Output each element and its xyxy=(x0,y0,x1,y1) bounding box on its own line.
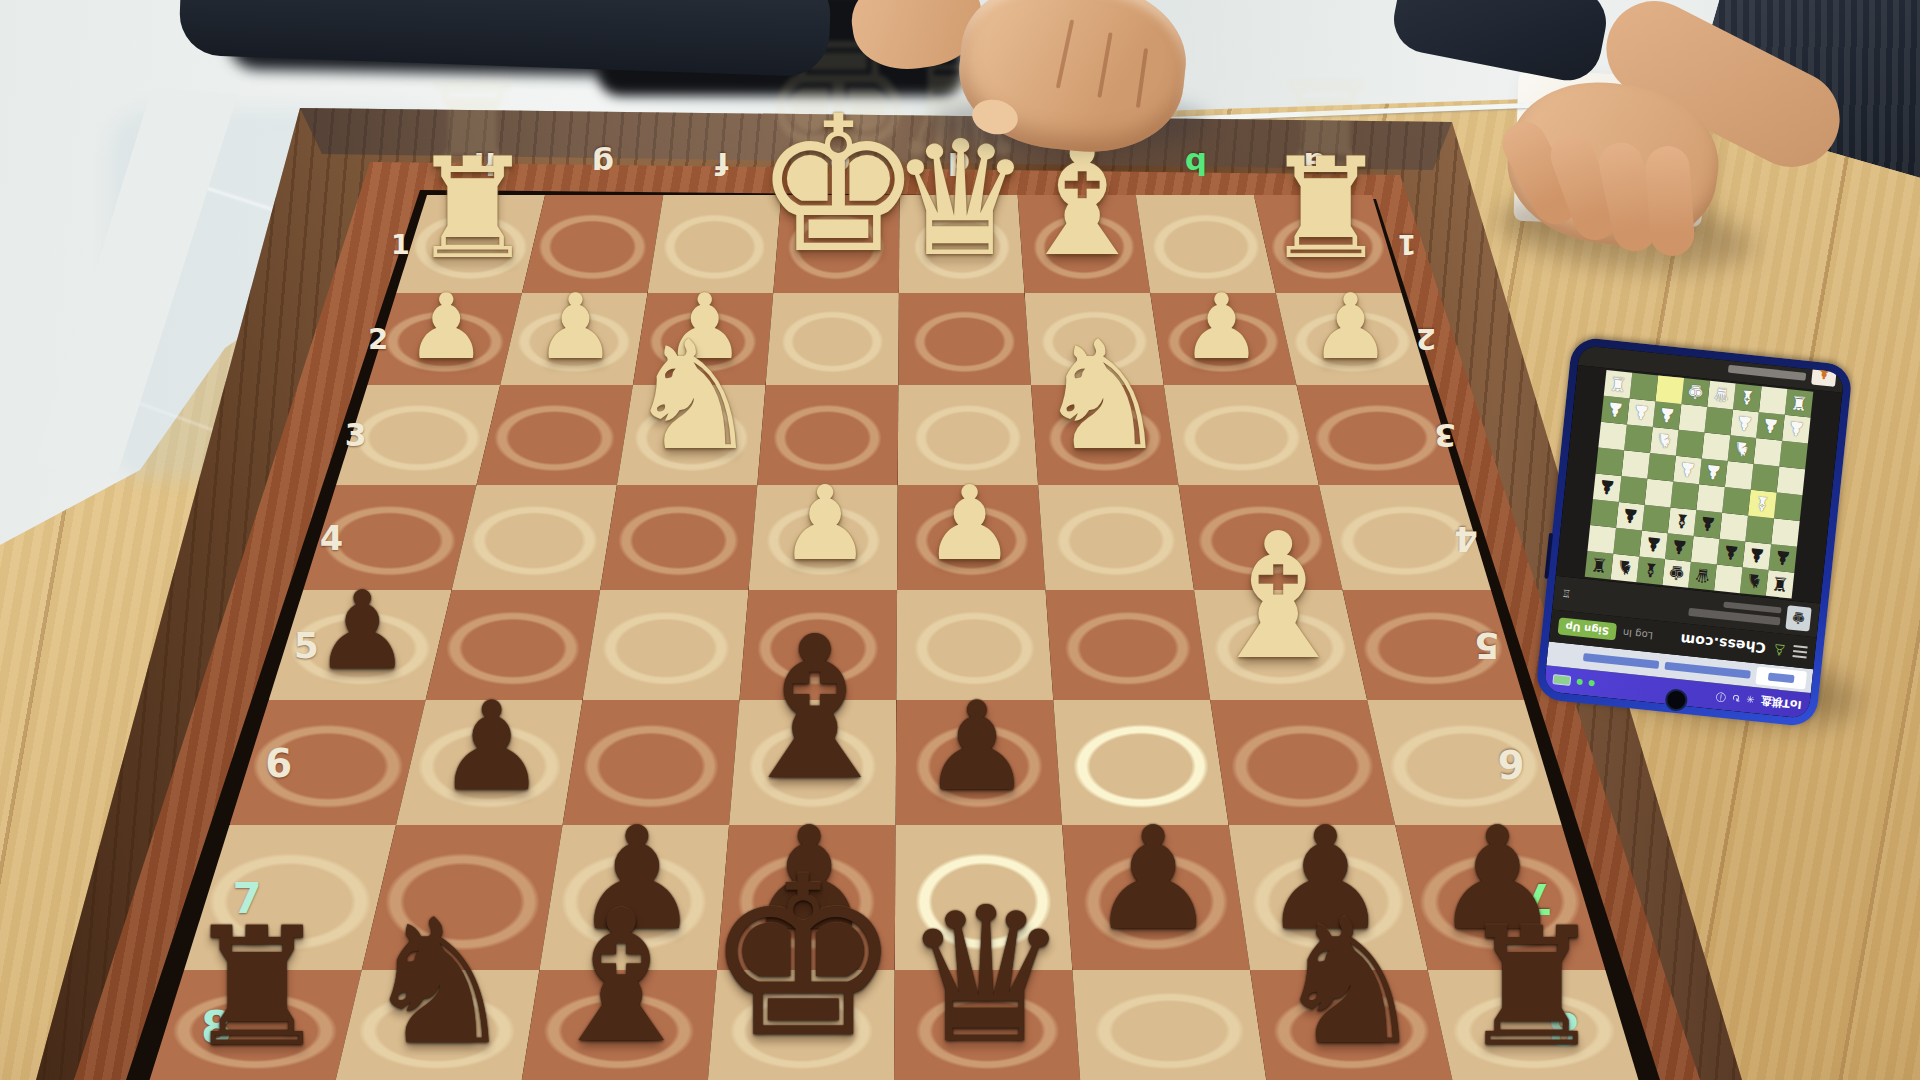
phone-piece-black-B-f8: ♝ xyxy=(1636,556,1665,585)
piece-black-Q-d8[interactable]: ♛ xyxy=(902,883,1069,1069)
status-dot xyxy=(1588,680,1595,687)
phone-piece-black-P-d6: ♟ xyxy=(1694,510,1723,539)
scene: hgfedcba1122334455667788 ♚♚♛♛♜♜♜♜♝♝♝♞♞♟♟… xyxy=(0,0,1920,1080)
phone-piece-white-B-b5: ♝ xyxy=(1748,490,1777,519)
phone-square-g1 xyxy=(1630,373,1659,402)
phone-piece-white-B-c1: ♝ xyxy=(1733,384,1762,413)
phone-square-c8 xyxy=(1714,565,1743,594)
piece-black-K-e8[interactable]: ♚ xyxy=(704,848,902,1069)
phone-square-f6 xyxy=(1642,505,1671,534)
square-f4[interactable] xyxy=(600,485,757,590)
banner-text-block[interactable] xyxy=(1583,653,1659,669)
piece-black-R-a8[interactable]: ♜ xyxy=(1458,906,1604,1069)
phone-square-b4 xyxy=(1751,464,1780,493)
info-icon: ⓘ xyxy=(1715,689,1726,704)
phone-piece-black-P-h5: ♟ xyxy=(1593,473,1622,502)
piece-black-N-b8[interactable]: ♞ xyxy=(1272,896,1427,1069)
piece-white-P-a2[interactable]: ♟ xyxy=(1310,282,1391,372)
phone-piece-black-N-b8: ♞ xyxy=(1740,567,1769,596)
piece-white-P-g2[interactable]: ♟ xyxy=(535,282,616,372)
phone-piece-black-P-a7: ♟ xyxy=(1768,544,1797,573)
phone-piece-black-R-a8: ♜ xyxy=(1766,570,1795,599)
phone-square-h6 xyxy=(1590,499,1619,528)
phone-square-g5 xyxy=(1619,476,1648,505)
phone-square-c5 xyxy=(1722,487,1751,516)
phone-square-d3 xyxy=(1702,433,1731,462)
rank-label-left-1: 1 xyxy=(391,229,410,260)
login-button[interactable]: Log In xyxy=(1622,628,1653,642)
phone-square-a5 xyxy=(1774,492,1803,521)
file-label-f: f xyxy=(715,146,729,182)
phone-piece-black-P-f7: ♟ xyxy=(1639,531,1668,560)
player-sub-block xyxy=(1761,358,1807,369)
phone-piece-white-P-f2: ♟ xyxy=(1653,401,1682,430)
piece-black-B-e6[interactable]: ♝ xyxy=(727,610,904,808)
phone-square-a3 xyxy=(1779,441,1808,470)
phone-square-b6 xyxy=(1745,516,1774,545)
phone-square-d7 xyxy=(1691,536,1720,565)
phone-piece-white-P-b2: ♟ xyxy=(1756,412,1785,441)
bluetooth-icon: ✳ xyxy=(1746,694,1755,706)
phone-square-d5 xyxy=(1696,484,1725,513)
piece-white-R-a1[interactable]: ♜ xyxy=(1263,140,1388,279)
phone-square-b1 xyxy=(1759,386,1788,415)
battery-icon xyxy=(1552,674,1571,686)
phone-piece-black-N-g8: ♞ xyxy=(1611,554,1640,583)
phone-square-h7 xyxy=(1587,525,1616,554)
phone-square-h3 xyxy=(1598,422,1627,451)
file-label-b: b xyxy=(1185,146,1207,182)
captured-piece-icon: ♖ xyxy=(1561,588,1571,600)
phone-piece-white-P-e4: ♟ xyxy=(1673,456,1702,485)
file-label-g: g xyxy=(592,146,614,182)
piece-black-P-h5[interactable]: ♟ xyxy=(314,577,411,685)
phone-square-g7 xyxy=(1613,528,1642,557)
phone-piece-white-N-f3: ♞ xyxy=(1650,427,1679,456)
right-finger xyxy=(1644,145,1696,258)
chesscom-logo-icon: ♙ xyxy=(1772,640,1787,659)
square-f5[interactable] xyxy=(583,590,749,700)
chesscom-logo-text: Chess.com xyxy=(1679,631,1766,656)
piece-white-R-h1[interactable]: ♜ xyxy=(410,140,535,279)
phone-piece-black-P-e7: ♟ xyxy=(1665,533,1694,562)
phone-piece-white-R-h1: ♜ xyxy=(1604,370,1633,399)
piece-black-P-g6[interactable]: ♟ xyxy=(437,685,547,808)
rank-label-right-6: 6 xyxy=(1497,740,1524,785)
phone-piece-black-R-h8: ♜ xyxy=(1585,551,1614,580)
phone-square-f1 xyxy=(1655,375,1684,404)
piece-white-B-b5[interactable]: ♝ xyxy=(1201,511,1357,685)
square-c4[interactable] xyxy=(1038,485,1194,590)
refresh-icon: ↻ xyxy=(1731,692,1740,704)
rank-label-left-4: 4 xyxy=(320,518,343,557)
phone-square-b3 xyxy=(1753,438,1782,467)
phone-square-f5 xyxy=(1645,479,1674,508)
phone-piece-white-Q-d1: ♛ xyxy=(1707,381,1736,410)
piece-white-N-f3[interactable]: ♞ xyxy=(626,321,760,471)
phone-piece-white-P-g2: ♟ xyxy=(1627,399,1656,428)
phone-piece-white-P-h2: ♟ xyxy=(1601,396,1630,425)
status-dot xyxy=(1576,679,1583,686)
rank-label-right-4: 4 xyxy=(1454,518,1477,557)
phone-mini-board[interactable]: ♚♛♜♜♝♝♞♞♟♟♟♟♟♟♟♟♚♛♜♜♞♞♝♝♟♟♟♟♟♟♟♟ xyxy=(1585,370,1814,599)
piece-white-N-c3[interactable]: ♞ xyxy=(1036,321,1170,471)
piece-black-P-c7[interactable]: ♟ xyxy=(1090,808,1217,950)
phone-square-e3 xyxy=(1676,430,1705,459)
square-c5[interactable] xyxy=(1046,590,1211,700)
phone-piece-white-R-a1: ♜ xyxy=(1785,389,1814,418)
piece-black-P-d6[interactable]: ♟ xyxy=(922,685,1032,808)
phone-square-d2 xyxy=(1704,407,1733,436)
phone-square-c6 xyxy=(1719,513,1748,542)
piece-black-N-g8[interactable]: ♞ xyxy=(362,896,517,1069)
phone-piece-black-P-c7: ♟ xyxy=(1717,539,1746,568)
rank-label-left-6: 6 xyxy=(265,740,292,785)
square-g4[interactable] xyxy=(452,485,617,590)
phone-body: IoT棋盘 ✳ ↻ ⓘ ♙ xyxy=(1535,336,1854,727)
piece-white-P-d4[interactable]: ♟ xyxy=(923,472,1015,575)
banner-tab[interactable] xyxy=(1755,666,1807,689)
square-d2[interactable] xyxy=(898,293,1031,385)
banner-text-block[interactable] xyxy=(1664,662,1750,679)
player-avatar: ♟ xyxy=(1811,361,1837,387)
phone-square-e2 xyxy=(1679,404,1708,433)
phone-square-g4 xyxy=(1621,450,1650,479)
signup-button[interactable]: Sign Up xyxy=(1558,618,1617,641)
phone-square-e5 xyxy=(1670,482,1699,511)
phone-piece-white-P-c2: ♟ xyxy=(1730,409,1759,438)
hamburger-icon[interactable] xyxy=(1792,645,1807,658)
phone-piece-white-P-d4: ♟ xyxy=(1699,458,1728,487)
phone-piece-black-P-b7: ♟ xyxy=(1743,541,1772,570)
rank-label-right-3: 3 xyxy=(1434,417,1456,453)
piece-white-P-b2[interactable]: ♟ xyxy=(1181,282,1262,372)
phone-piece-white-K-e1: ♚ xyxy=(1681,378,1710,407)
phone-square-c4 xyxy=(1725,461,1754,490)
phone-square-f4 xyxy=(1647,453,1676,482)
rank-label-right-2: 2 xyxy=(1416,322,1436,356)
phone-piece-black-Q-d8: ♛ xyxy=(1688,562,1717,591)
piece-white-P-e4[interactable]: ♟ xyxy=(779,472,871,575)
phone-piece-black-B-e6: ♝ xyxy=(1668,507,1697,536)
square-c8[interactable] xyxy=(1072,970,1267,1080)
piece-black-R-h8[interactable]: ♜ xyxy=(184,906,330,1069)
piece-black-B-f8[interactable]: ♝ xyxy=(540,887,703,1069)
phone-square-a4 xyxy=(1777,467,1806,496)
phone-piece-white-P-a2: ♟ xyxy=(1782,415,1811,444)
square-e2[interactable] xyxy=(766,293,899,385)
rank-label-left-2: 2 xyxy=(368,322,388,356)
phone-square-a6 xyxy=(1771,518,1800,547)
phone: IoT棋盘 ✳ ↻ ⓘ ♙ xyxy=(1535,336,1854,727)
opponent-avatar: ♚ xyxy=(1785,605,1811,631)
phone-piece-white-N-c3: ♞ xyxy=(1728,435,1757,464)
square-b3[interactable] xyxy=(1164,385,1319,485)
phone-piece-black-P-g6: ♟ xyxy=(1616,502,1645,531)
piece-white-P-h2[interactable]: ♟ xyxy=(406,282,487,372)
rank-label-left-3: 3 xyxy=(345,417,367,453)
phone-square-g3 xyxy=(1624,424,1653,453)
phone-board-wrap: ♚♛♜♜♝♝♞♞♟♟♟♟♟♟♟♟♚♛♜♜♞♞♝♝♟♟♟♟♟♟♟♟ xyxy=(1556,365,1843,604)
phone-piece-black-K-e8: ♚ xyxy=(1662,559,1691,588)
iot-app-name: IoT棋盘 xyxy=(1760,693,1802,712)
phone-screen: IoT棋盘 ✳ ↻ ⓘ ♙ xyxy=(1544,345,1845,719)
rank-label-right-1: 1 xyxy=(1397,229,1416,260)
rank-label-right-5: 5 xyxy=(1474,624,1499,667)
phone-square-h4 xyxy=(1596,448,1625,477)
square-g3[interactable] xyxy=(476,385,632,485)
